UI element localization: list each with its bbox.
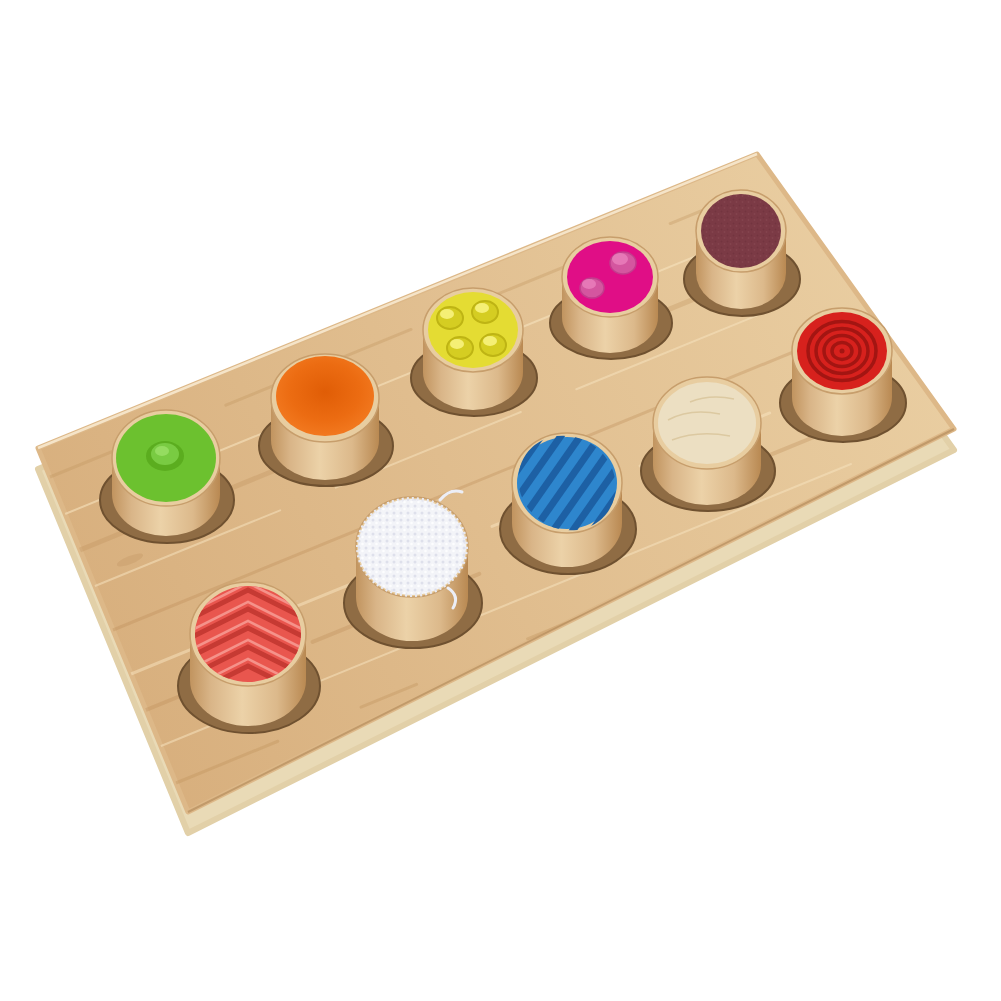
- product-photo-scene: [0, 0, 1001, 1001]
